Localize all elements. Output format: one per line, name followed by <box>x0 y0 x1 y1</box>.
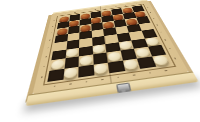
light-piece[interactable] <box>94 63 108 75</box>
nail-dot <box>74 12 75 13</box>
nail-dot <box>45 56 47 57</box>
nail-dot <box>148 72 151 74</box>
checkers-board <box>32 0 188 94</box>
nail-dot <box>117 76 119 78</box>
square-r7c0[interactable] <box>47 68 64 82</box>
board-left-edge <box>25 15 52 103</box>
light-piece[interactable] <box>152 55 169 66</box>
nail-dot <box>40 76 42 78</box>
nail-dot <box>64 13 65 14</box>
nail-dot <box>53 85 55 87</box>
light-piece[interactable] <box>64 67 78 79</box>
nail-dot <box>69 83 71 85</box>
square-r7c7[interactable] <box>151 54 171 67</box>
nail-dot <box>115 6 116 7</box>
nail-dot <box>160 31 162 32</box>
square-r7c3[interactable] <box>93 62 109 75</box>
nail-dot <box>153 18 155 19</box>
nail-dot <box>147 7 149 8</box>
nail-dot <box>164 39 166 40</box>
nail-dot <box>156 24 158 25</box>
square-r7c1[interactable] <box>63 66 79 79</box>
nail-dot <box>125 5 127 6</box>
nail-dot <box>105 8 106 9</box>
nail-dot <box>85 81 87 83</box>
nail-dot <box>50 32 52 33</box>
nail-dot <box>84 11 85 12</box>
nail-dot <box>135 3 137 4</box>
nail-dot <box>174 58 177 60</box>
board-grid <box>47 5 171 82</box>
nail-dot <box>168 48 170 49</box>
nail-dot <box>149 12 151 13</box>
nail-dot <box>133 74 135 76</box>
nail-dot <box>47 47 49 48</box>
nail-dot <box>164 70 167 72</box>
nail-dot <box>49 39 51 40</box>
product-photo-scene <box>0 0 200 122</box>
nail-dot <box>94 9 95 10</box>
nail-dot <box>43 65 45 67</box>
square-r7c2[interactable] <box>78 64 93 77</box>
clasp-icon <box>116 83 131 93</box>
nail-dot <box>53 20 55 21</box>
nail-dot <box>52 26 54 27</box>
nail-dot <box>101 78 103 80</box>
